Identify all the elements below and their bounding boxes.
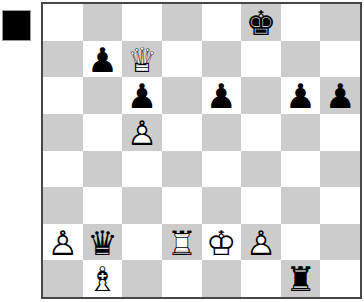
black-piece-glyph: ♟	[87, 43, 117, 77]
piece-black-rook[interactable]: ♜	[281, 260, 321, 297]
square-a7[interactable]	[43, 41, 83, 78]
square-e4[interactable]	[202, 151, 242, 188]
square-h6[interactable]: ♟	[320, 77, 360, 114]
square-g4[interactable]	[281, 151, 321, 188]
square-c1[interactable]	[122, 260, 162, 297]
white-piece-glyph: ♗	[87, 262, 117, 296]
square-a4[interactable]	[43, 151, 83, 188]
square-b5[interactable]	[83, 114, 123, 151]
square-h2[interactable]	[320, 224, 360, 261]
black-piece-glyph: ♟	[325, 79, 355, 113]
piece-white-rook[interactable]: ♜♖	[162, 224, 202, 261]
square-d5[interactable]	[162, 114, 202, 151]
square-b7[interactable]: ♟	[83, 41, 123, 78]
square-f6[interactable]	[241, 77, 281, 114]
black-piece-glyph: ♟	[127, 79, 157, 113]
piece-white-queen[interactable]: ♛♕	[122, 41, 162, 78]
black-piece-glyph: ♜	[285, 262, 315, 296]
square-d7[interactable]	[162, 41, 202, 78]
square-a6[interactable]	[43, 77, 83, 114]
square-g1[interactable]: ♜	[281, 260, 321, 297]
square-c8[interactable]	[122, 4, 162, 41]
black-piece-glyph: ♟	[206, 79, 236, 113]
square-d3[interactable]	[162, 187, 202, 224]
square-d1[interactable]	[162, 260, 202, 297]
square-d4[interactable]	[162, 151, 202, 188]
square-b8[interactable]	[83, 4, 123, 41]
square-g2[interactable]	[281, 224, 321, 261]
square-b3[interactable]	[83, 187, 123, 224]
square-g3[interactable]	[281, 187, 321, 224]
square-g8[interactable]	[281, 4, 321, 41]
chess-diagram: ♚♟♛♕♟♟♟♟♟♙♟♙♛♜♖♚♔♟♙♝♗♜	[0, 0, 364, 302]
square-f2[interactable]: ♟♙	[241, 224, 281, 261]
white-piece-glyph: ♙	[127, 116, 157, 150]
white-piece-glyph: ♔	[206, 226, 236, 260]
white-piece-glyph: ♖	[166, 226, 196, 260]
square-c2[interactable]	[122, 224, 162, 261]
square-f5[interactable]	[241, 114, 281, 151]
square-d8[interactable]	[162, 4, 202, 41]
square-c6[interactable]: ♟	[122, 77, 162, 114]
black-piece-glyph: ♟	[285, 79, 315, 113]
square-h1[interactable]	[320, 260, 360, 297]
square-b4[interactable]	[83, 151, 123, 188]
piece-black-pawn[interactable]: ♟	[320, 77, 360, 114]
piece-black-pawn[interactable]: ♟	[83, 41, 123, 78]
square-f7[interactable]	[241, 41, 281, 78]
square-a1[interactable]	[43, 260, 83, 297]
piece-white-king[interactable]: ♚♔	[202, 224, 242, 261]
square-b1[interactable]: ♝♗	[83, 260, 123, 297]
square-f4[interactable]	[241, 151, 281, 188]
square-f8[interactable]: ♚	[241, 4, 281, 41]
square-e6[interactable]: ♟	[202, 77, 242, 114]
square-f3[interactable]	[241, 187, 281, 224]
square-h7[interactable]	[320, 41, 360, 78]
piece-black-pawn[interactable]: ♟	[281, 77, 321, 114]
square-h5[interactable]	[320, 114, 360, 151]
black-piece-glyph: ♚	[246, 6, 276, 40]
square-e8[interactable]	[202, 4, 242, 41]
square-c4[interactable]	[122, 151, 162, 188]
white-piece-glyph: ♙	[246, 226, 276, 260]
square-h4[interactable]	[320, 151, 360, 188]
white-piece-glyph: ♙	[48, 226, 78, 260]
square-b2[interactable]: ♛	[83, 224, 123, 261]
square-g5[interactable]	[281, 114, 321, 151]
piece-white-bishop[interactable]: ♝♗	[83, 260, 123, 297]
square-e1[interactable]	[202, 260, 242, 297]
piece-white-pawn[interactable]: ♟♙	[122, 114, 162, 151]
square-e7[interactable]	[202, 41, 242, 78]
square-b6[interactable]	[83, 77, 123, 114]
square-f1[interactable]	[241, 260, 281, 297]
piece-white-pawn[interactable]: ♟♙	[43, 224, 83, 261]
square-d2[interactable]: ♜♖	[162, 224, 202, 261]
square-d6[interactable]	[162, 77, 202, 114]
piece-black-queen[interactable]: ♛	[83, 224, 123, 261]
square-a2[interactable]: ♟♙	[43, 224, 83, 261]
piece-white-pawn[interactable]: ♟♙	[241, 224, 281, 261]
square-c3[interactable]	[122, 187, 162, 224]
square-e2[interactable]: ♚♔	[202, 224, 242, 261]
piece-black-pawn[interactable]: ♟	[122, 77, 162, 114]
square-g7[interactable]	[281, 41, 321, 78]
chess-board: ♚♟♛♕♟♟♟♟♟♙♟♙♛♜♖♚♔♟♙♝♗♜	[41, 2, 362, 299]
square-g6[interactable]: ♟	[281, 77, 321, 114]
square-a3[interactable]	[43, 187, 83, 224]
square-e5[interactable]	[202, 114, 242, 151]
black-piece-glyph: ♛	[87, 226, 117, 260]
square-c5[interactable]: ♟♙	[122, 114, 162, 151]
piece-black-king[interactable]: ♚	[241, 4, 281, 41]
square-a5[interactable]	[43, 114, 83, 151]
square-a8[interactable]	[43, 4, 83, 41]
square-e3[interactable]	[202, 187, 242, 224]
square-h8[interactable]	[320, 4, 360, 41]
white-piece-glyph: ♕	[127, 43, 157, 77]
black-to-move-indicator	[2, 10, 31, 41]
piece-black-pawn[interactable]: ♟	[202, 77, 242, 114]
square-h3[interactable]	[320, 187, 360, 224]
square-c7[interactable]: ♛♕	[122, 41, 162, 78]
